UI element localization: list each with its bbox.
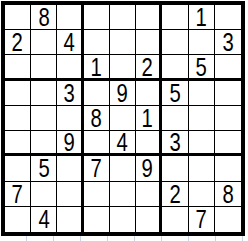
cell-r4c9[interactable] <box>215 81 241 106</box>
cell-r5c3[interactable] <box>57 106 83 131</box>
cell-r8c2[interactable] <box>31 182 57 207</box>
cell-r8c4[interactable] <box>84 182 110 207</box>
cell-r1c9[interactable] <box>215 5 241 30</box>
cell-r9c1[interactable] <box>5 207 31 232</box>
cell-r1c3[interactable] <box>57 5 83 30</box>
cell-r8c9[interactable]: 8 <box>215 182 241 207</box>
cell-r6c9[interactable] <box>215 131 241 156</box>
cell-r2c4[interactable] <box>84 30 110 55</box>
cell-r9c4[interactable] <box>84 207 110 232</box>
cell-r3c8[interactable]: 5 <box>189 55 215 80</box>
cell-r5c7[interactable] <box>162 106 188 131</box>
cell-r4c5[interactable]: 9 <box>110 81 136 106</box>
cell-r5c6[interactable]: 1 <box>136 106 162 131</box>
cell-r7c8[interactable] <box>189 156 215 181</box>
given-digit: 7 <box>196 207 207 232</box>
given-digit: 4 <box>117 131 128 155</box>
given-digit: 8 <box>38 5 49 30</box>
cell-r6c1[interactable] <box>5 131 31 156</box>
cell-r7c6[interactable]: 9 <box>136 156 162 181</box>
cell-r4c8[interactable] <box>189 81 215 106</box>
cell-r5c9[interactable] <box>215 106 241 131</box>
given-digit: 7 <box>12 182 23 207</box>
given-digit: 2 <box>142 55 153 79</box>
cell-r9c7[interactable] <box>162 207 188 232</box>
cell-r2c7[interactable] <box>162 30 188 55</box>
cell-r9c3[interactable] <box>57 207 83 232</box>
given-digit: 9 <box>63 131 74 155</box>
cell-r8c1[interactable]: 7 <box>5 182 31 207</box>
cell-r8c6[interactable] <box>136 182 162 207</box>
cell-r7c4[interactable]: 7 <box>84 156 110 181</box>
cell-r8c5[interactable] <box>110 182 136 207</box>
cell-r5c4[interactable]: 8 <box>84 106 110 131</box>
given-digit: 2 <box>169 182 180 207</box>
given-digit: 7 <box>91 156 102 181</box>
cell-r7c1[interactable] <box>5 156 31 181</box>
cell-r1c2[interactable]: 8 <box>31 5 57 30</box>
cell-r3c6[interactable]: 2 <box>136 55 162 80</box>
cell-r9c8[interactable]: 7 <box>189 207 215 232</box>
cell-r2c3[interactable]: 4 <box>57 30 83 55</box>
cell-r1c1[interactable] <box>5 5 31 30</box>
given-digit: 4 <box>38 207 49 232</box>
cell-r8c7[interactable]: 2 <box>162 182 188 207</box>
given-digit: 5 <box>196 55 207 79</box>
given-digit: 9 <box>117 81 128 106</box>
given-digit: 4 <box>63 30 74 55</box>
cell-r2c6[interactable] <box>136 30 162 55</box>
given-digit: 1 <box>196 5 207 30</box>
given-digit: 2 <box>12 30 23 55</box>
cell-r1c8[interactable]: 1 <box>189 5 215 30</box>
cell-r8c3[interactable] <box>57 182 83 207</box>
cell-r7c3[interactable] <box>57 156 83 181</box>
cell-r2c8[interactable] <box>189 30 215 55</box>
cell-r6c4[interactable] <box>84 131 110 156</box>
given-digit: 9 <box>142 156 153 181</box>
cell-r3c5[interactable] <box>110 55 136 80</box>
given-digit: 3 <box>169 131 180 155</box>
cell-r9c6[interactable] <box>136 207 162 232</box>
cell-r6c7[interactable]: 3 <box>162 131 188 156</box>
given-digit: 1 <box>91 55 102 79</box>
cell-r6c3[interactable]: 9 <box>57 131 83 156</box>
given-digit: 8 <box>91 106 102 131</box>
given-digit: 5 <box>38 156 49 181</box>
given-digit: 3 <box>222 30 233 55</box>
cell-r4c3[interactable]: 3 <box>57 81 83 106</box>
cell-r6c5[interactable]: 4 <box>110 131 136 156</box>
sudoku-board: 812431253958194357972847 <box>1 1 245 236</box>
cell-r9c5[interactable] <box>110 207 136 232</box>
given-digit: 8 <box>222 182 233 207</box>
cell-r2c9[interactable]: 3 <box>215 30 241 55</box>
cell-r6c2[interactable] <box>31 131 57 156</box>
cell-r2c2[interactable] <box>31 30 57 55</box>
cell-r5c2[interactable] <box>31 106 57 131</box>
cell-r9c9[interactable] <box>215 207 241 232</box>
cell-r1c7[interactable] <box>162 5 188 30</box>
cell-r1c5[interactable] <box>110 5 136 30</box>
spreadsheet-gridline-strip <box>0 236 248 241</box>
cell-r1c6[interactable] <box>136 5 162 30</box>
cell-r5c1[interactable] <box>5 106 31 131</box>
cell-r4c4[interactable] <box>84 81 110 106</box>
cell-r6c8[interactable] <box>189 131 215 156</box>
cell-r4c7[interactable]: 5 <box>162 81 188 106</box>
cell-r7c7[interactable] <box>162 156 188 181</box>
cell-r1c4[interactable] <box>84 5 110 30</box>
cell-r7c2[interactable]: 5 <box>31 156 57 181</box>
cell-r3c1[interactable] <box>5 55 31 80</box>
cell-r7c5[interactable] <box>110 156 136 181</box>
given-digit: 5 <box>169 81 180 106</box>
cell-r3c3[interactable] <box>57 55 83 80</box>
cell-r3c9[interactable] <box>215 55 241 80</box>
cell-r8c8[interactable] <box>189 182 215 207</box>
cell-r5c5[interactable] <box>110 106 136 131</box>
sudoku-screenshot: 812431253958194357972847 <box>0 0 248 241</box>
given-digit: 3 <box>63 81 74 106</box>
cell-r3c2[interactable] <box>31 55 57 80</box>
cell-r4c2[interactable] <box>31 81 57 106</box>
cell-r9c2[interactable]: 4 <box>31 207 57 232</box>
cell-r3c4[interactable]: 1 <box>84 55 110 80</box>
cell-r3c7[interactable] <box>162 55 188 80</box>
cell-r2c5[interactable] <box>110 30 136 55</box>
cell-r2c1[interactable]: 2 <box>5 30 31 55</box>
cell-r4c6[interactable] <box>136 81 162 106</box>
cell-r4c1[interactable] <box>5 81 31 106</box>
cell-r7c9[interactable] <box>215 156 241 181</box>
cell-r6c6[interactable] <box>136 131 162 156</box>
cell-r5c8[interactable] <box>189 106 215 131</box>
given-digit: 1 <box>142 106 153 131</box>
